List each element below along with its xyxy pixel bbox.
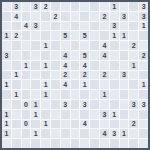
cell-r9c6[interactable] xyxy=(51,80,60,89)
cell-r4c7[interactable]: 5 xyxy=(61,31,70,40)
cell-r5c1[interactable] xyxy=(2,41,11,50)
cell-r5c7[interactable] xyxy=(61,41,70,50)
cell-r3c1[interactable] xyxy=(2,22,11,31)
cell-r12c7[interactable] xyxy=(61,110,70,119)
cell-r4c12[interactable]: 1 xyxy=(110,31,119,40)
cell-r8c5[interactable] xyxy=(41,71,50,80)
cell-r4c11[interactable] xyxy=(100,31,109,40)
cell-r5c9[interactable] xyxy=(80,41,89,50)
cell-r2c5[interactable] xyxy=(41,12,50,21)
cell-r15c5[interactable] xyxy=(41,139,50,148)
cell-r8c10[interactable] xyxy=(90,71,99,80)
cell-r5c13[interactable] xyxy=(120,41,129,50)
cell-r7c15[interactable] xyxy=(139,61,148,70)
cell-r13c15[interactable] xyxy=(139,120,148,129)
cell-r2c13[interactable]: 3 xyxy=(120,12,129,21)
cell-r13c3[interactable]: 0 xyxy=(22,120,31,129)
cell-r15c3[interactable] xyxy=(22,139,31,148)
cell-r15c9[interactable] xyxy=(80,139,89,148)
cell-r15c15[interactable] xyxy=(139,139,148,148)
cell-r4c2[interactable]: 2 xyxy=(12,31,21,40)
cell-r8c1[interactable] xyxy=(2,71,11,80)
cell-r14c9[interactable] xyxy=(80,129,89,138)
cell-r1c1[interactable] xyxy=(2,2,11,11)
cell-r4c5[interactable] xyxy=(41,31,50,40)
cell-r13c13[interactable] xyxy=(120,120,129,129)
cell-r6c8[interactable] xyxy=(71,51,80,60)
puzzle-screenshot: 3321342233433112551114234542114411222311… xyxy=(0,0,150,150)
cell-r4c14[interactable] xyxy=(129,31,138,40)
cell-r14c15[interactable] xyxy=(139,129,148,138)
cell-r1c10[interactable] xyxy=(90,2,99,11)
cell-r15c14[interactable] xyxy=(129,139,138,148)
cell-r14c10[interactable] xyxy=(90,129,99,138)
cell-r2c7[interactable] xyxy=(61,12,70,21)
cell-r9c8[interactable] xyxy=(71,80,80,89)
cell-r5c5[interactable]: 1 xyxy=(41,41,50,50)
cell-r8c11[interactable]: 2 xyxy=(100,71,109,80)
cell-r4c10[interactable] xyxy=(90,31,99,40)
cell-r1c11[interactable] xyxy=(100,2,109,11)
cell-r3c15[interactable]: 1 xyxy=(139,22,148,31)
cell-r10c15[interactable] xyxy=(139,90,148,99)
cell-r5c8[interactable] xyxy=(71,41,80,50)
cell-r8c15[interactable] xyxy=(139,71,148,80)
cell-r8c6[interactable] xyxy=(51,71,60,80)
cell-r4c4[interactable] xyxy=(31,31,40,40)
cell-r6c10[interactable] xyxy=(90,51,99,60)
cell-r3c3[interactable]: 4 xyxy=(22,22,31,31)
cell-r15c4[interactable] xyxy=(31,139,40,148)
cell-r5c11[interactable]: 4 xyxy=(100,41,109,50)
cell-r7c6[interactable] xyxy=(51,61,60,70)
cell-r6c9[interactable]: 5 xyxy=(80,51,89,60)
cell-r3c2[interactable] xyxy=(12,22,21,31)
cell-r3c6[interactable] xyxy=(51,22,60,31)
cell-r10c5[interactable]: 1 xyxy=(41,90,50,99)
cell-r13c14[interactable]: 2 xyxy=(129,120,138,129)
cell-r11c11[interactable] xyxy=(100,100,109,109)
cell-r3c14[interactable] xyxy=(129,22,138,31)
cell-r11c12[interactable] xyxy=(110,100,119,109)
cell-r12c3[interactable] xyxy=(22,110,31,119)
cell-r1c12[interactable]: 1 xyxy=(110,2,119,11)
cell-r11c4[interactable]: 1 xyxy=(31,100,40,109)
cell-r11c7[interactable]: 3 xyxy=(61,100,70,109)
cell-r1c4[interactable]: 3 xyxy=(31,2,40,11)
cell-r11c6[interactable] xyxy=(51,100,60,109)
cell-r11c1[interactable] xyxy=(2,100,11,109)
cell-r3c9[interactable] xyxy=(80,22,89,31)
cell-r1c13[interactable] xyxy=(120,2,129,11)
cell-r12c8[interactable] xyxy=(71,110,80,119)
cell-r2c4[interactable] xyxy=(31,12,40,21)
cell-r6c15[interactable]: 2 xyxy=(139,51,148,60)
cell-r14c12[interactable]: 3 xyxy=(110,129,119,138)
cell-r14c6[interactable] xyxy=(51,129,60,138)
cell-r10c13[interactable] xyxy=(120,90,129,99)
cell-r8c7[interactable]: 2 xyxy=(61,71,70,80)
cell-r15c11[interactable] xyxy=(100,139,109,148)
cell-r12c6[interactable] xyxy=(51,110,60,119)
cell-r2c2[interactable]: 4 xyxy=(12,12,21,21)
cell-r13c1[interactable]: 1 xyxy=(2,120,11,129)
cell-r14c4[interactable]: 1 xyxy=(31,129,40,138)
cell-r15c12[interactable] xyxy=(110,139,119,148)
cell-r1c3[interactable] xyxy=(22,2,31,11)
cell-r6c7[interactable]: 4 xyxy=(61,51,70,60)
cell-r10c1[interactable] xyxy=(2,90,11,99)
cell-r7c5[interactable]: 1 xyxy=(41,61,50,70)
cell-r15c8[interactable] xyxy=(71,139,80,148)
cell-r2c10[interactable] xyxy=(90,12,99,21)
cell-r4c6[interactable] xyxy=(51,31,60,40)
cell-r8c4[interactable] xyxy=(31,71,40,80)
cell-r12c12[interactable]: 1 xyxy=(110,110,119,119)
cell-r6c11[interactable]: 4 xyxy=(100,51,109,60)
cell-r14c8[interactable] xyxy=(71,129,80,138)
cell-r1c5[interactable]: 2 xyxy=(41,2,50,11)
cell-r14c11[interactable]: 4 xyxy=(100,129,109,138)
cell-r13c10[interactable] xyxy=(90,120,99,129)
cell-r4c1[interactable]: 1 xyxy=(2,31,11,40)
cell-r9c3[interactable] xyxy=(22,80,31,89)
cell-r2c11[interactable]: 2 xyxy=(100,12,109,21)
cell-r5c12[interactable] xyxy=(110,41,119,50)
cell-r15c1[interactable] xyxy=(2,139,11,148)
cell-r5c14[interactable]: 2 xyxy=(129,41,138,50)
cell-r12c9[interactable] xyxy=(80,110,89,119)
cell-r10c3[interactable] xyxy=(22,90,31,99)
cell-r12c15[interactable] xyxy=(139,110,148,119)
cell-r13c9[interactable]: 4 xyxy=(80,120,89,129)
cell-r7c10[interactable] xyxy=(90,61,99,70)
cell-r15c7[interactable] xyxy=(61,139,70,148)
cell-r9c13[interactable] xyxy=(120,80,129,89)
cell-r7c4[interactable] xyxy=(31,61,40,70)
cell-r13c7[interactable] xyxy=(61,120,70,129)
cell-r3c12[interactable]: 3 xyxy=(110,22,119,31)
cell-r4c15[interactable] xyxy=(139,31,148,40)
cell-r13c2[interactable] xyxy=(12,120,21,129)
cell-r5c6[interactable] xyxy=(51,41,60,50)
cell-r11c13[interactable] xyxy=(120,100,129,109)
cell-r1c14[interactable] xyxy=(129,2,138,11)
cell-r11c14[interactable]: 3 xyxy=(129,100,138,109)
cell-r6c3[interactable] xyxy=(22,51,31,60)
cell-r7c11[interactable] xyxy=(100,61,109,70)
cell-r11c3[interactable]: 0 xyxy=(22,100,31,109)
cell-r13c8[interactable] xyxy=(71,120,80,129)
cell-r10c11[interactable]: 1 xyxy=(100,90,109,99)
cell-r5c2[interactable] xyxy=(12,41,21,50)
cell-r10c2[interactable]: 1 xyxy=(12,90,21,99)
cell-r8c13[interactable]: 3 xyxy=(120,71,129,80)
cell-r5c3[interactable] xyxy=(22,41,31,50)
cell-r11c8[interactable] xyxy=(71,100,80,109)
cell-r10c12[interactable] xyxy=(110,90,119,99)
cell-r11c10[interactable] xyxy=(90,100,99,109)
cell-r1c2[interactable]: 3 xyxy=(12,2,21,11)
cell-r10c14[interactable] xyxy=(129,90,138,99)
cell-r2c1[interactable] xyxy=(2,12,11,21)
cell-r8c8[interactable] xyxy=(71,71,80,80)
cell-r7c12[interactable] xyxy=(110,61,119,70)
cell-r3c4[interactable]: 3 xyxy=(31,22,40,31)
cell-r13c6[interactable] xyxy=(51,120,60,129)
cell-r9c9[interactable]: 1 xyxy=(80,80,89,89)
cell-r9c11[interactable] xyxy=(100,80,109,89)
cell-r8c12[interactable] xyxy=(110,71,119,80)
cell-r1c9[interactable] xyxy=(80,2,89,11)
cell-r12c1[interactable]: 1 xyxy=(2,110,11,119)
cell-r13c12[interactable] xyxy=(110,120,119,129)
cell-r9c2[interactable] xyxy=(12,80,21,89)
cell-r6c14[interactable] xyxy=(129,51,138,60)
cell-r7c3[interactable]: 1 xyxy=(22,61,31,70)
cell-r8c2[interactable]: 1 xyxy=(12,71,21,80)
cell-r4c3[interactable] xyxy=(22,31,31,40)
cell-r9c10[interactable] xyxy=(90,80,99,89)
cell-r6c1[interactable]: 3 xyxy=(2,51,11,60)
cell-r7c2[interactable] xyxy=(12,61,21,70)
cell-r2c9[interactable] xyxy=(80,12,89,21)
cell-r14c2[interactable] xyxy=(12,129,21,138)
cell-r7c14[interactable]: 1 xyxy=(129,61,138,70)
cell-r11c15[interactable]: 3 xyxy=(139,100,148,109)
cell-r14c7[interactable] xyxy=(61,129,70,138)
cell-r14c3[interactable] xyxy=(22,129,31,138)
cell-r13c11[interactable] xyxy=(100,120,109,129)
cell-r13c5[interactable]: 1 xyxy=(41,120,50,129)
cell-r14c5[interactable] xyxy=(41,129,50,138)
cell-r1c6[interactable] xyxy=(51,2,60,11)
cell-r14c1[interactable]: 1 xyxy=(2,129,11,138)
cell-r7c8[interactable] xyxy=(71,61,80,70)
cell-r12c2[interactable] xyxy=(12,110,21,119)
cell-r9c1[interactable]: 1 xyxy=(2,80,11,89)
cell-r2c14[interactable] xyxy=(129,12,138,21)
cell-r12c10[interactable] xyxy=(90,110,99,119)
cell-r15c6[interactable] xyxy=(51,139,60,148)
cell-r4c13[interactable]: 1 xyxy=(120,31,129,40)
cell-r3c10[interactable] xyxy=(90,22,99,31)
cell-r12c13[interactable] xyxy=(120,110,129,119)
cell-r10c9[interactable] xyxy=(80,90,89,99)
cell-r9c7[interactable]: 4 xyxy=(61,80,70,89)
cell-r14c14[interactable] xyxy=(129,129,138,138)
cell-r10c7[interactable] xyxy=(61,90,70,99)
cell-r9c15[interactable]: 1 xyxy=(139,80,148,89)
cell-r4c8[interactable] xyxy=(71,31,80,40)
cell-r2c8[interactable] xyxy=(71,12,80,21)
cell-r15c10[interactable] xyxy=(90,139,99,148)
cell-r6c13[interactable] xyxy=(120,51,129,60)
cell-r10c10[interactable] xyxy=(90,90,99,99)
cell-r8c9[interactable]: 2 xyxy=(80,71,89,80)
cell-r2c12[interactable] xyxy=(110,12,119,21)
cell-r6c12[interactable] xyxy=(110,51,119,60)
cell-r13c4[interactable] xyxy=(31,120,40,129)
cell-r10c4[interactable] xyxy=(31,90,40,99)
cell-r12c11[interactable]: 3 xyxy=(100,110,109,119)
cell-r1c8[interactable] xyxy=(71,2,80,11)
cell-r6c6[interactable] xyxy=(51,51,60,60)
cell-r14c13[interactable]: 1 xyxy=(120,129,129,138)
mosaic-board: 3321342233433112551114234542114411222311… xyxy=(0,0,150,150)
cell-r15c13[interactable] xyxy=(120,139,129,148)
cell-r7c13[interactable] xyxy=(120,61,129,70)
cell-r11c2[interactable] xyxy=(12,100,21,109)
cell-r8c3[interactable] xyxy=(22,71,31,80)
cell-r1c7[interactable] xyxy=(61,2,70,11)
cell-r3c5[interactable] xyxy=(41,22,50,31)
cell-r2c3[interactable] xyxy=(22,12,31,21)
cell-r3c13[interactable] xyxy=(120,22,129,31)
cell-r5c4[interactable] xyxy=(31,41,40,50)
cell-r6c5[interactable] xyxy=(41,51,50,60)
cell-r9c12[interactable] xyxy=(110,80,119,89)
cell-r15c2[interactable] xyxy=(12,139,21,148)
cell-r9c4[interactable] xyxy=(31,80,40,89)
cell-r1c15[interactable]: 3 xyxy=(139,2,148,11)
cell-r9c14[interactable] xyxy=(129,80,138,89)
cell-r7c1[interactable] xyxy=(2,61,11,70)
cell-r12c14[interactable] xyxy=(129,110,138,119)
cell-r10c6[interactable] xyxy=(51,90,60,99)
cell-r11c5[interactable] xyxy=(41,100,50,109)
cell-r5c15[interactable] xyxy=(139,41,148,50)
cell-r9c5[interactable]: 1 xyxy=(41,80,50,89)
cell-r2c15[interactable]: 3 xyxy=(139,12,148,21)
cell-r7c7[interactable]: 4 xyxy=(61,61,70,70)
cell-r2c6[interactable]: 2 xyxy=(51,12,60,21)
cell-r7c9[interactable]: 4 xyxy=(80,61,89,70)
cell-r10c8[interactable] xyxy=(71,90,80,99)
cell-r12c5[interactable] xyxy=(41,110,50,119)
cell-r11c9[interactable]: 3 xyxy=(80,100,89,109)
cell-r3c11[interactable] xyxy=(100,22,109,31)
cell-r12c4[interactable]: 1 xyxy=(31,110,40,119)
cell-r3c7[interactable] xyxy=(61,22,70,31)
cell-r6c2[interactable] xyxy=(12,51,21,60)
cell-r8c14[interactable] xyxy=(129,71,138,80)
cell-r4c9[interactable]: 5 xyxy=(80,31,89,40)
cell-r3c8[interactable] xyxy=(71,22,80,31)
cell-r5c10[interactable] xyxy=(90,41,99,50)
cell-r6c4[interactable] xyxy=(31,51,40,60)
